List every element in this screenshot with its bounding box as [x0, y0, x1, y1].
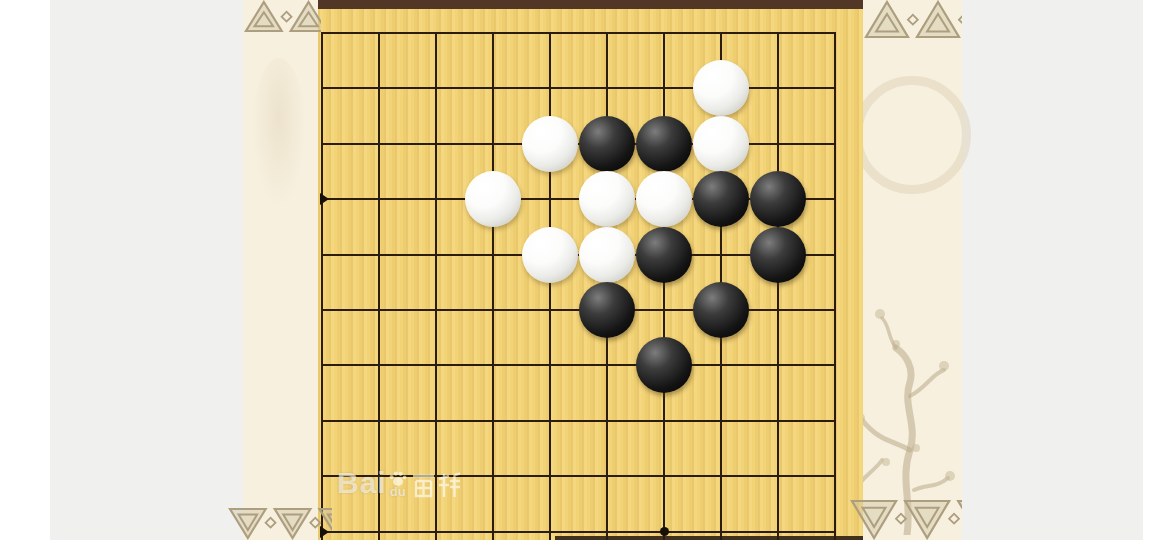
stone-white [522, 227, 578, 283]
stone-black [636, 116, 692, 172]
board-bottom-frame-band [555, 536, 863, 540]
go-board-image [318, 0, 863, 540]
grid-line-horizontal [321, 32, 836, 34]
stone-white [522, 116, 578, 172]
grid-line-vertical [321, 32, 323, 540]
watermark-cjk-ke [438, 472, 461, 498]
page: { "game": "Gomoku (five-in-a-row) positi… [0, 0, 1155, 540]
board-top-frame-band [318, 0, 863, 9]
star-point [320, 193, 329, 205]
grid-line-vertical [549, 32, 551, 540]
stone-black [750, 171, 806, 227]
stone-black [636, 337, 692, 393]
stone-white [636, 171, 692, 227]
grid-line-horizontal [321, 531, 836, 533]
grid-line-vertical [378, 32, 380, 540]
watermark-paw-and-du: du [389, 471, 407, 498]
stone-black [636, 227, 692, 283]
grid-line-vertical [492, 32, 494, 540]
star-point [660, 527, 669, 536]
decorative-border-top-right [863, 0, 962, 40]
faint-background-art-left [252, 58, 306, 208]
watermark-text-du: du [390, 486, 406, 498]
page-background-gray-left [50, 0, 243, 540]
stone-black [693, 171, 749, 227]
faint-circle-art [853, 76, 971, 194]
stone-black [579, 282, 635, 338]
stone-black [693, 282, 749, 338]
watermark-cjk-bai [412, 472, 435, 498]
grid-line-horizontal [321, 87, 836, 89]
stone-white [579, 227, 635, 283]
stone-white [579, 171, 635, 227]
stone-white [693, 60, 749, 116]
stone-black [750, 227, 806, 283]
grid-line-horizontal [321, 364, 836, 366]
decorative-border-bottom-left [227, 506, 332, 540]
stone-white [465, 171, 521, 227]
grid-line-horizontal [321, 420, 836, 422]
baidu-baike-watermark: Bai du [337, 468, 461, 498]
grid-line-vertical [435, 32, 437, 540]
grid-line-vertical [834, 32, 836, 540]
decorative-border-top-left [243, 0, 321, 34]
stone-black [579, 116, 635, 172]
decorative-border-bottom-right [849, 498, 962, 540]
grid-line-vertical [663, 32, 665, 540]
watermark-text-bai: Bai [337, 468, 387, 498]
stone-white [693, 116, 749, 172]
page-background-gray-right [962, 0, 1143, 540]
grid-line-vertical [777, 32, 779, 540]
